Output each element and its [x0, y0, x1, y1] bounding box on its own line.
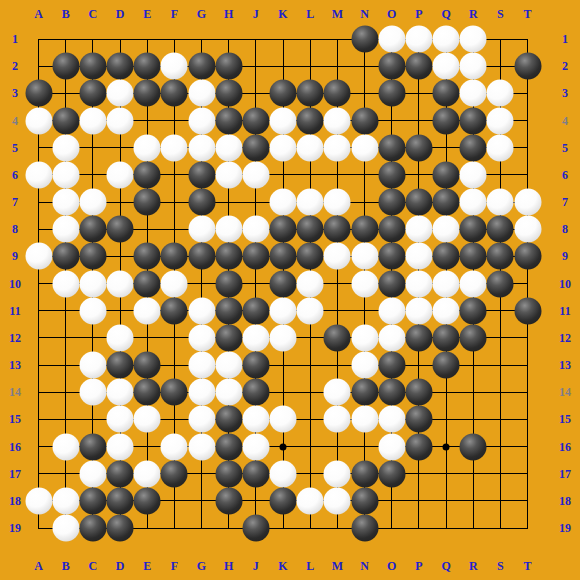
stone-black[interactable] [79, 515, 106, 542]
stone-black[interactable] [270, 80, 297, 107]
col-label-top: E [143, 8, 151, 20]
stone-black[interactable] [460, 324, 487, 351]
stone-black[interactable] [270, 270, 297, 297]
stone-white[interactable] [79, 270, 106, 297]
stone-black[interactable] [514, 53, 541, 80]
stone-black[interactable] [514, 243, 541, 270]
stone-white[interactable] [324, 379, 351, 406]
stone-black[interactable] [324, 324, 351, 351]
stone-black[interactable] [378, 161, 405, 188]
stone-black[interactable] [270, 216, 297, 243]
stone-white[interactable] [405, 270, 432, 297]
stone-white[interactable] [107, 107, 134, 134]
col-label-bottom: R [469, 560, 478, 572]
stone-black[interactable] [460, 134, 487, 161]
col-label-top: G [197, 8, 206, 20]
stone-black[interactable] [378, 379, 405, 406]
stone-white[interactable] [52, 161, 79, 188]
stone-black[interactable] [242, 379, 269, 406]
stone-black[interactable] [134, 487, 161, 514]
col-label-top: N [360, 8, 369, 20]
stone-black[interactable] [79, 53, 106, 80]
stone-white[interactable] [378, 433, 405, 460]
row-label-right: 19 [559, 522, 571, 534]
col-label-bottom: P [415, 560, 422, 572]
col-label-bottom: E [143, 560, 151, 572]
stone-black[interactable] [405, 324, 432, 351]
col-label-top: J [253, 8, 259, 20]
stone-white[interactable] [215, 161, 242, 188]
stone-black[interactable] [134, 243, 161, 270]
stone-white[interactable] [270, 406, 297, 433]
stone-white[interactable] [351, 243, 378, 270]
stone-white[interactable] [460, 53, 487, 80]
stone-white[interactable] [324, 487, 351, 514]
stone-white[interactable] [324, 406, 351, 433]
col-label-bottom: H [224, 560, 233, 572]
col-label-top: R [469, 8, 478, 20]
col-label-top: T [524, 8, 532, 20]
stone-black[interactable] [405, 53, 432, 80]
stone-black[interactable] [378, 243, 405, 270]
stone-white[interactable] [324, 134, 351, 161]
stone-white[interactable] [460, 189, 487, 216]
col-label-bottom: M [332, 560, 343, 572]
col-label-top: Q [441, 8, 450, 20]
stone-white[interactable] [215, 352, 242, 379]
stone-white[interactable] [487, 107, 514, 134]
stone-black[interactable] [405, 189, 432, 216]
stone-black[interactable] [460, 216, 487, 243]
stone-black[interactable] [405, 433, 432, 460]
stone-black[interactable] [215, 406, 242, 433]
stone-white[interactable] [405, 26, 432, 53]
stone-black[interactable] [79, 216, 106, 243]
col-label-top: L [306, 8, 314, 20]
row-label-left: 19 [9, 522, 21, 534]
stone-black[interactable] [378, 80, 405, 107]
stone-black[interactable] [433, 243, 460, 270]
stone-white[interactable] [460, 270, 487, 297]
stone-white[interactable] [433, 270, 460, 297]
stone-black[interactable] [242, 243, 269, 270]
stone-black[interactable] [52, 107, 79, 134]
stone-white[interactable] [188, 216, 215, 243]
stone-white[interactable] [433, 297, 460, 324]
col-label-bottom: J [253, 560, 259, 572]
row-label-right: 3 [562, 87, 568, 99]
stone-white[interactable] [79, 352, 106, 379]
stone-white[interactable] [270, 189, 297, 216]
row-label-right: 13 [559, 359, 571, 371]
row-label-right: 2 [562, 60, 568, 72]
col-label-bottom: A [34, 560, 43, 572]
stone-black[interactable] [351, 487, 378, 514]
stone-white[interactable] [52, 189, 79, 216]
stone-black[interactable] [215, 297, 242, 324]
stone-white[interactable] [405, 216, 432, 243]
stone-white[interactable] [107, 161, 134, 188]
stone-black[interactable] [242, 134, 269, 161]
stone-white[interactable] [52, 270, 79, 297]
stone-white[interactable] [161, 270, 188, 297]
stone-black[interactable] [79, 433, 106, 460]
stone-black[interactable] [351, 216, 378, 243]
row-label-right: 18 [559, 495, 571, 507]
stone-white[interactable] [52, 487, 79, 514]
stone-black[interactable] [107, 515, 134, 542]
row-label-right: 5 [562, 142, 568, 154]
stone-black[interactable] [107, 216, 134, 243]
stone-black[interactable] [161, 243, 188, 270]
col-label-top: S [497, 8, 504, 20]
stone-black[interactable] [25, 80, 52, 107]
stone-black[interactable] [161, 297, 188, 324]
stone-white[interactable] [351, 270, 378, 297]
stone-black[interactable] [52, 243, 79, 270]
stone-black[interactable] [433, 324, 460, 351]
stone-black[interactable] [487, 216, 514, 243]
stone-black[interactable] [270, 487, 297, 514]
stone-black[interactable] [107, 53, 134, 80]
row-label-left: 14 [9, 386, 21, 398]
hoshi-point [280, 443, 287, 450]
stone-white[interactable] [25, 243, 52, 270]
stone-white[interactable] [79, 297, 106, 324]
stone-black[interactable] [242, 515, 269, 542]
stone-white[interactable] [297, 270, 324, 297]
stone-white[interactable] [25, 107, 52, 134]
grid-vline [527, 39, 528, 529]
col-label-top: K [278, 8, 287, 20]
stone-white[interactable] [242, 324, 269, 351]
row-label-right: 1 [562, 33, 568, 45]
stone-black[interactable] [161, 379, 188, 406]
stone-black[interactable] [107, 487, 134, 514]
col-label-bottom: G [197, 560, 206, 572]
stone-black[interactable] [215, 324, 242, 351]
col-label-top: H [224, 8, 233, 20]
col-label-top: B [62, 8, 70, 20]
stone-black[interactable] [134, 161, 161, 188]
stone-white[interactable] [351, 352, 378, 379]
stone-white[interactable] [514, 189, 541, 216]
row-label-right: 15 [559, 413, 571, 425]
col-label-bottom: S [497, 560, 504, 572]
stone-black[interactable] [460, 107, 487, 134]
stone-black[interactable] [487, 270, 514, 297]
go-board[interactable]: AABBCCDDEEFFGGHHJJKKLLMMNNOOPPQQRRSSTT11… [0, 0, 580, 580]
stone-white[interactable] [107, 379, 134, 406]
stone-white[interactable] [188, 324, 215, 351]
stone-black[interactable] [215, 80, 242, 107]
row-label-right: 6 [562, 169, 568, 181]
row-label-left: 1 [12, 33, 18, 45]
col-label-bottom: F [171, 560, 178, 572]
stone-white[interactable] [188, 379, 215, 406]
stone-black[interactable] [324, 80, 351, 107]
row-label-left: 10 [9, 278, 21, 290]
stone-white[interactable] [270, 460, 297, 487]
col-label-top: O [387, 8, 396, 20]
stone-black[interactable] [242, 460, 269, 487]
stone-black[interactable] [107, 352, 134, 379]
row-label-right: 16 [559, 441, 571, 453]
stone-white[interactable] [324, 460, 351, 487]
stone-white[interactable] [25, 487, 52, 514]
stone-white[interactable] [52, 433, 79, 460]
stone-black[interactable] [351, 379, 378, 406]
stone-black[interactable] [351, 107, 378, 134]
stone-white[interactable] [351, 134, 378, 161]
col-label-top: D [116, 8, 125, 20]
stone-black[interactable] [215, 53, 242, 80]
stone-black[interactable] [134, 352, 161, 379]
stone-black[interactable] [405, 406, 432, 433]
stone-white[interactable] [215, 216, 242, 243]
stone-black[interactable] [188, 189, 215, 216]
stone-black[interactable] [134, 270, 161, 297]
stone-white[interactable] [270, 107, 297, 134]
stone-black[interactable] [433, 189, 460, 216]
stone-white[interactable] [351, 406, 378, 433]
stone-white[interactable] [378, 26, 405, 53]
stone-white[interactable] [25, 161, 52, 188]
stone-white[interactable] [487, 134, 514, 161]
stone-white[interactable] [433, 53, 460, 80]
stone-white[interactable] [242, 433, 269, 460]
stone-black[interactable] [378, 134, 405, 161]
stone-white[interactable] [297, 487, 324, 514]
stone-black[interactable] [324, 216, 351, 243]
stone-white[interactable] [270, 324, 297, 351]
stone-black[interactable] [487, 243, 514, 270]
stone-white[interactable] [460, 161, 487, 188]
stone-black[interactable] [134, 80, 161, 107]
col-label-top: A [34, 8, 43, 20]
col-label-bottom: T [524, 560, 532, 572]
stone-black[interactable] [79, 487, 106, 514]
stone-white[interactable] [52, 134, 79, 161]
col-label-bottom: O [387, 560, 396, 572]
stone-white[interactable] [378, 297, 405, 324]
stone-black[interactable] [460, 297, 487, 324]
stone-white[interactable] [242, 161, 269, 188]
stone-white[interactable] [107, 270, 134, 297]
row-label-left: 15 [9, 413, 21, 425]
row-label-right: 8 [562, 223, 568, 235]
stone-black[interactable] [514, 297, 541, 324]
stone-white[interactable] [487, 80, 514, 107]
stone-white[interactable] [161, 53, 188, 80]
col-label-bottom: N [360, 560, 369, 572]
stone-black[interactable] [188, 53, 215, 80]
stone-black[interactable] [188, 243, 215, 270]
stone-white[interactable] [460, 26, 487, 53]
row-label-left: 12 [9, 332, 21, 344]
stone-black[interactable] [433, 161, 460, 188]
stone-white[interactable] [405, 243, 432, 270]
row-label-left: 9 [12, 250, 18, 262]
stone-black[interactable] [161, 80, 188, 107]
stone-white[interactable] [134, 406, 161, 433]
col-label-top: P [415, 8, 422, 20]
row-label-left: 18 [9, 495, 21, 507]
row-label-left: 4 [12, 115, 18, 127]
stone-black[interactable] [297, 243, 324, 270]
stone-white[interactable] [188, 134, 215, 161]
stone-white[interactable] [297, 134, 324, 161]
col-label-top: M [332, 8, 343, 20]
stone-white[interactable] [188, 352, 215, 379]
stone-white[interactable] [324, 243, 351, 270]
stone-white[interactable] [270, 134, 297, 161]
stone-black[interactable] [215, 433, 242, 460]
row-label-right: 10 [559, 278, 571, 290]
stone-white[interactable] [134, 460, 161, 487]
stone-black[interactable] [378, 216, 405, 243]
col-label-bottom: Q [441, 560, 450, 572]
stone-black[interactable] [188, 161, 215, 188]
stone-white[interactable] [405, 297, 432, 324]
stone-white[interactable] [378, 324, 405, 351]
stone-white[interactable] [107, 80, 134, 107]
stone-black[interactable] [79, 243, 106, 270]
stone-white[interactable] [161, 134, 188, 161]
stone-black[interactable] [107, 460, 134, 487]
stone-white[interactable] [242, 406, 269, 433]
stone-black[interactable] [378, 460, 405, 487]
row-label-right: 9 [562, 250, 568, 262]
stone-white[interactable] [297, 189, 324, 216]
stone-black[interactable] [215, 270, 242, 297]
stone-black[interactable] [242, 352, 269, 379]
stone-white[interactable] [378, 406, 405, 433]
stone-white[interactable] [188, 406, 215, 433]
stone-white[interactable] [52, 216, 79, 243]
stone-black[interactable] [405, 379, 432, 406]
row-label-left: 6 [12, 169, 18, 181]
row-label-left: 3 [12, 87, 18, 99]
stone-white[interactable] [79, 460, 106, 487]
stone-black[interactable] [351, 460, 378, 487]
stone-white[interactable] [242, 216, 269, 243]
stone-white[interactable] [79, 189, 106, 216]
stone-white[interactable] [134, 297, 161, 324]
stone-black[interactable] [351, 26, 378, 53]
stone-black[interactable] [405, 134, 432, 161]
stone-white[interactable] [351, 324, 378, 351]
row-label-left: 5 [12, 142, 18, 154]
col-label-top: C [88, 8, 97, 20]
col-label-bottom: D [116, 560, 125, 572]
stone-white[interactable] [107, 433, 134, 460]
stone-black[interactable] [161, 460, 188, 487]
stone-black[interactable] [378, 53, 405, 80]
stone-white[interactable] [188, 107, 215, 134]
stone-black[interactable] [134, 189, 161, 216]
stone-white[interactable] [433, 26, 460, 53]
stone-white[interactable] [514, 216, 541, 243]
stone-white[interactable] [134, 134, 161, 161]
stone-black[interactable] [79, 80, 106, 107]
stone-black[interactable] [215, 107, 242, 134]
stone-white[interactable] [297, 297, 324, 324]
col-label-top: F [171, 8, 178, 20]
stone-white[interactable] [52, 515, 79, 542]
stone-black[interactable] [378, 270, 405, 297]
stone-black[interactable] [242, 107, 269, 134]
stone-white[interactable] [433, 216, 460, 243]
stone-black[interactable] [433, 80, 460, 107]
stone-black[interactable] [433, 352, 460, 379]
stone-black[interactable] [215, 460, 242, 487]
row-label-left: 11 [9, 305, 20, 317]
stone-black[interactable] [270, 243, 297, 270]
row-label-right: 4 [562, 115, 568, 127]
stone-black[interactable] [460, 243, 487, 270]
stone-white[interactable] [79, 107, 106, 134]
stone-black[interactable] [297, 216, 324, 243]
stone-black[interactable] [297, 80, 324, 107]
stone-black[interactable] [378, 352, 405, 379]
stone-black[interactable] [215, 243, 242, 270]
row-label-left: 13 [9, 359, 21, 371]
stone-white[interactable] [107, 406, 134, 433]
stone-black[interactable] [134, 379, 161, 406]
stone-white[interactable] [324, 107, 351, 134]
stone-black[interactable] [378, 189, 405, 216]
row-label-right: 17 [559, 468, 571, 480]
stone-white[interactable] [460, 80, 487, 107]
stone-white[interactable] [215, 134, 242, 161]
stone-black[interactable] [433, 107, 460, 134]
stone-white[interactable] [215, 379, 242, 406]
stone-black[interactable] [460, 433, 487, 460]
stone-black[interactable] [134, 53, 161, 80]
stone-black[interactable] [242, 297, 269, 324]
row-label-left: 8 [12, 223, 18, 235]
stone-white[interactable] [188, 297, 215, 324]
stone-black[interactable] [297, 107, 324, 134]
row-label-left: 16 [9, 441, 21, 453]
hoshi-point [443, 443, 450, 450]
row-label-right: 12 [559, 332, 571, 344]
stone-white[interactable] [107, 324, 134, 351]
stone-white[interactable] [79, 379, 106, 406]
stone-white[interactable] [161, 433, 188, 460]
stone-white[interactable] [188, 433, 215, 460]
stone-black[interactable] [351, 515, 378, 542]
row-label-left: 17 [9, 468, 21, 480]
stone-white[interactable] [188, 80, 215, 107]
stone-black[interactable] [215, 487, 242, 514]
col-label-bottom: K [278, 560, 287, 572]
row-label-left: 2 [12, 60, 18, 72]
row-label-right: 14 [559, 386, 571, 398]
stone-white[interactable] [270, 297, 297, 324]
col-label-bottom: B [62, 560, 70, 572]
row-label-left: 7 [12, 196, 18, 208]
stone-white[interactable] [324, 189, 351, 216]
stone-white[interactable] [487, 189, 514, 216]
col-label-bottom: L [306, 560, 314, 572]
row-label-right: 7 [562, 196, 568, 208]
row-label-right: 11 [559, 305, 570, 317]
stone-black[interactable] [52, 53, 79, 80]
col-label-bottom: C [88, 560, 97, 572]
